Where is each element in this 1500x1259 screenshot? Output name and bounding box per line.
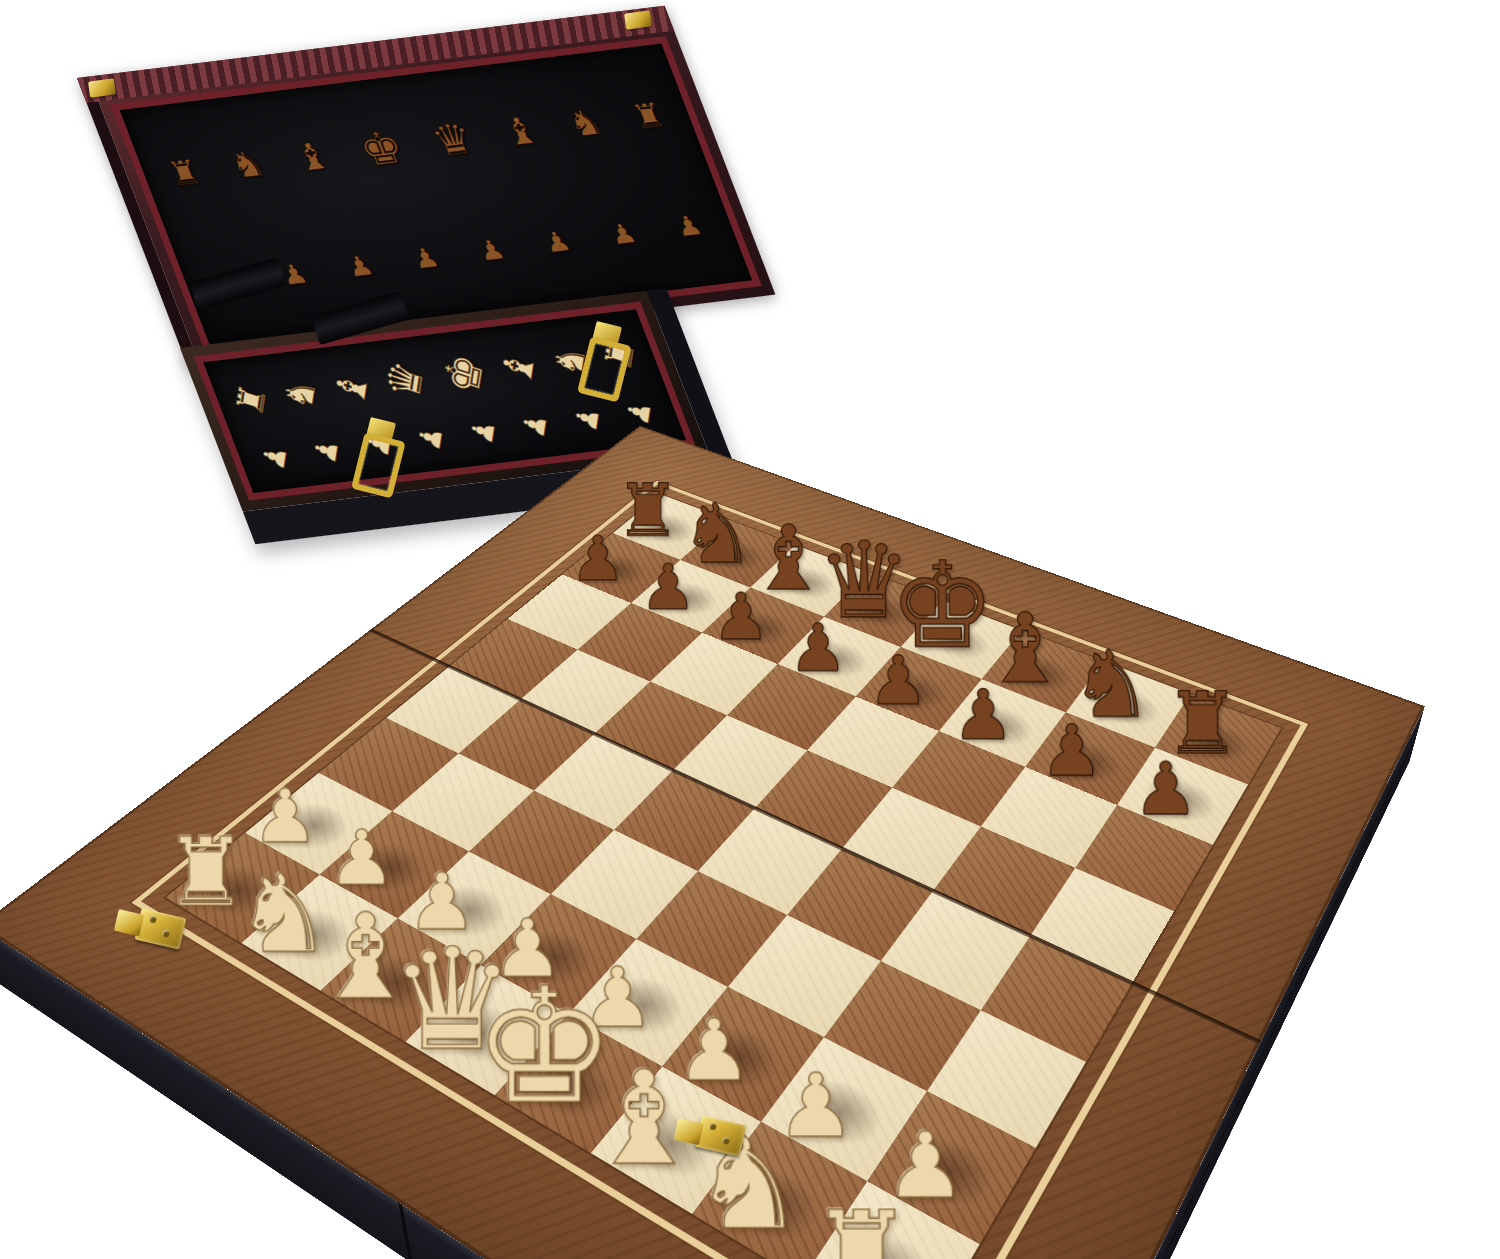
dark-pawn: ♟ [1040, 718, 1103, 783]
light-pawn: ♟ [327, 823, 395, 893]
board-scene: ♜♞♝♛♚♝♞♜♟♟♟♟♟♟♟♟♟♟♟♟♟♟♟♟♜♞♝♛♚♝♞♜ [0, 0, 1500, 1259]
dark-pawn: ♟ [952, 683, 1014, 747]
dark-pawn: ♟ [789, 618, 848, 678]
dark-pawn: ♟ [868, 649, 928, 711]
dark-rook: ♜ [616, 478, 681, 545]
light-rook: ♜ [809, 1202, 914, 1259]
dark-pawn: ♟ [713, 587, 771, 646]
dark-pawn: ♟ [571, 530, 626, 586]
board-square [842, 787, 981, 890]
product-photo-chess-set: { "game": "chess", "scene_type": "wooden… [0, 0, 1500, 1259]
light-pawn: ♟ [252, 782, 318, 850]
dark-pawn: ♟ [640, 558, 696, 616]
dark-pawn: ♟ [1133, 755, 1198, 822]
